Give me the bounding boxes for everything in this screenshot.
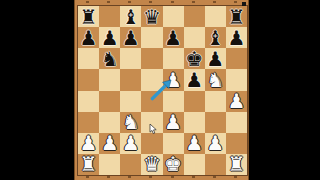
white-pawn: ♟ [206, 133, 224, 153]
square-c2[interactable]: ♟ [120, 133, 141, 154]
frame-tick [107, 176, 110, 178]
square-d6[interactable] [141, 48, 162, 69]
square-g6[interactable]: ♟ [205, 48, 226, 69]
square-g7[interactable]: ♝ [205, 27, 226, 48]
square-a1[interactable]: ♜ [78, 154, 99, 175]
square-h2[interactable] [226, 133, 247, 154]
square-c1[interactable] [120, 154, 141, 175]
square-a7[interactable]: ♟ [78, 27, 99, 48]
square-b6[interactable]: ♞ [99, 48, 120, 69]
square-b8[interactable] [99, 6, 120, 27]
square-h4[interactable]: ♟ [226, 91, 247, 112]
frame-tick [213, 1, 216, 3]
black-pawn: ♟ [227, 28, 245, 48]
square-a4[interactable] [78, 91, 99, 112]
white-pawn: ♟ [164, 70, 182, 90]
frame-tick [234, 1, 237, 3]
black-bishop: ♝ [206, 28, 224, 48]
board-frame: ♜♝♛♜♟♟♟♟♝♟♞♚♟♟♟♞♟♞♟♟♟♟♟♟♜♛♚♜ [74, 0, 249, 180]
square-f8[interactable] [184, 6, 205, 27]
square-h1[interactable]: ♜ [226, 154, 247, 175]
white-pawn: ♟ [101, 133, 119, 153]
square-e3[interactable]: ♟ [163, 112, 184, 133]
frame-tick [171, 1, 174, 3]
square-d7[interactable] [141, 27, 162, 48]
square-g1[interactable] [205, 154, 226, 175]
white-pawn: ♟ [122, 133, 140, 153]
square-f7[interactable] [184, 27, 205, 48]
black-rook: ♜ [227, 7, 245, 27]
square-c8[interactable]: ♝ [120, 6, 141, 27]
square-d1[interactable]: ♛ [141, 154, 162, 175]
white-knight: ♞ [122, 112, 140, 132]
square-c4[interactable] [120, 91, 141, 112]
white-pawn: ♟ [80, 133, 98, 153]
square-c7[interactable]: ♟ [120, 27, 141, 48]
square-h6[interactable] [226, 48, 247, 69]
square-c6[interactable] [120, 48, 141, 69]
square-f3[interactable] [184, 112, 205, 133]
black-pawn: ♟ [122, 28, 140, 48]
square-g3[interactable] [205, 112, 226, 133]
square-f2[interactable]: ♟ [184, 133, 205, 154]
square-b1[interactable] [99, 154, 120, 175]
white-king: ♚ [164, 154, 182, 174]
square-b7[interactable]: ♟ [99, 27, 120, 48]
square-b3[interactable] [99, 112, 120, 133]
white-rook: ♜ [227, 154, 245, 174]
black-rook: ♜ [80, 7, 98, 27]
black-pawn: ♟ [80, 28, 98, 48]
white-rook: ♜ [80, 154, 98, 174]
square-e1[interactable]: ♚ [163, 154, 184, 175]
white-pawn: ♟ [164, 112, 182, 132]
square-a8[interactable]: ♜ [78, 6, 99, 27]
frame-tick [213, 176, 216, 178]
square-e4[interactable] [163, 91, 184, 112]
square-h7[interactable]: ♟ [226, 27, 247, 48]
square-b5[interactable] [99, 69, 120, 90]
frame-tick [128, 176, 131, 178]
frame-tick [86, 176, 89, 178]
square-a2[interactable]: ♟ [78, 133, 99, 154]
square-a3[interactable] [78, 112, 99, 133]
white-pawn: ♟ [227, 91, 245, 111]
square-e7[interactable]: ♟ [163, 27, 184, 48]
square-c3[interactable]: ♞ [120, 112, 141, 133]
frame-tick [128, 1, 131, 3]
square-c5[interactable] [120, 69, 141, 90]
square-a5[interactable] [78, 69, 99, 90]
black-pawn: ♟ [164, 28, 182, 48]
square-g5[interactable]: ♞ [205, 69, 226, 90]
square-g8[interactable] [205, 6, 226, 27]
screenshot: ♜♝♛♜♟♟♟♟♝♟♞♚♟♟♟♞♟♞♟♟♟♟♟♟♜♛♚♜ [0, 0, 320, 180]
square-h5[interactable] [226, 69, 247, 90]
square-f5[interactable]: ♟ [184, 69, 205, 90]
square-f6[interactable]: ♚ [184, 48, 205, 69]
square-e2[interactable] [163, 133, 184, 154]
frame-tick [192, 1, 195, 3]
square-d2[interactable] [141, 133, 162, 154]
black-pawn: ♟ [206, 49, 224, 69]
square-g2[interactable]: ♟ [205, 133, 226, 154]
frame-tick [86, 1, 89, 3]
black-queen: ♛ [143, 7, 161, 27]
black-pawn: ♟ [185, 70, 203, 90]
square-d5[interactable] [141, 69, 162, 90]
white-pawn: ♟ [185, 133, 203, 153]
white-knight: ♞ [206, 70, 224, 90]
frame-tick [234, 176, 237, 178]
square-g4[interactable] [205, 91, 226, 112]
frame-tick [171, 176, 174, 178]
frame-tick [149, 176, 152, 178]
frame-tick [107, 1, 110, 3]
square-e6[interactable] [163, 48, 184, 69]
black-pawn: ♟ [101, 28, 119, 48]
square-b2[interactable]: ♟ [99, 133, 120, 154]
frame-corner-dot [242, 2, 246, 6]
square-e5[interactable]: ♟ [163, 69, 184, 90]
black-king: ♚ [185, 49, 203, 69]
square-d8[interactable]: ♛ [141, 6, 162, 27]
square-h3[interactable] [226, 112, 247, 133]
square-f4[interactable] [184, 91, 205, 112]
square-f1[interactable] [184, 154, 205, 175]
frame-tick [192, 176, 195, 178]
white-queen: ♛ [143, 154, 161, 174]
black-bishop: ♝ [122, 7, 140, 27]
square-b4[interactable] [99, 91, 120, 112]
frame-tick [149, 1, 152, 3]
square-d3[interactable] [141, 112, 162, 133]
square-a6[interactable] [78, 48, 99, 69]
chess-board[interactable]: ♜♝♛♜♟♟♟♟♝♟♞♚♟♟♟♞♟♞♟♟♟♟♟♟♜♛♚♜ [77, 5, 248, 176]
square-d4[interactable] [141, 91, 162, 112]
black-knight: ♞ [101, 49, 119, 69]
square-h8[interactable]: ♜ [226, 6, 247, 27]
square-e8[interactable] [163, 6, 184, 27]
